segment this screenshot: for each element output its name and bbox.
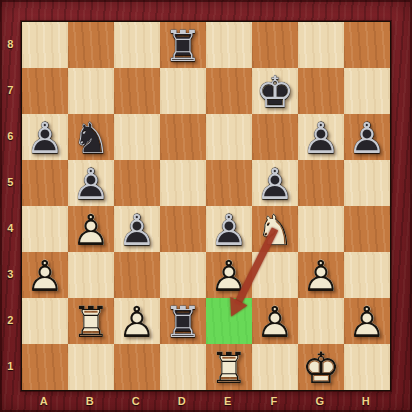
black-pawn-b5[interactable]: ♟♙ <box>68 160 114 206</box>
black-pawn-c4[interactable]: ♟♙ <box>114 206 160 252</box>
chess-board: ♜♖♚♔♟♙♞♘♟♙♟♙♟♙♟♙♟♙♟♙♟♙♞♘♟♙♟♙♟♙♜♖♟♙♜♖♟♙♟♙… <box>21 21 391 391</box>
rank-label-1: 1 <box>0 343 21 389</box>
white-king-g1[interactable]: ♚♔ <box>298 344 344 390</box>
square-f7[interactable]: ♚♔ <box>252 68 298 114</box>
file-label-c: C <box>113 391 159 411</box>
square-a3[interactable]: ♟♙ <box>22 252 68 298</box>
square-h1[interactable] <box>344 344 390 390</box>
square-h6[interactable]: ♟♙ <box>344 114 390 160</box>
square-h2[interactable]: ♟♙ <box>344 298 390 344</box>
rank-label-6: 6 <box>0 113 21 159</box>
white-pawn-b4[interactable]: ♟♙ <box>68 206 114 252</box>
square-a7[interactable] <box>22 68 68 114</box>
white-rook-outline: ♖ <box>206 345 252 391</box>
square-c6[interactable] <box>114 114 160 160</box>
black-pawn-a6[interactable]: ♟♙ <box>22 114 68 160</box>
white-pawn-outline: ♙ <box>252 299 298 345</box>
black-pawn-f5[interactable]: ♟♙ <box>252 160 298 206</box>
square-c8[interactable] <box>114 22 160 68</box>
square-e5[interactable] <box>206 160 252 206</box>
square-h8[interactable] <box>344 22 390 68</box>
black-pawn-outline: ♙ <box>22 115 68 161</box>
square-b8[interactable] <box>68 22 114 68</box>
square-b6[interactable]: ♞♘ <box>68 114 114 160</box>
square-c7[interactable] <box>114 68 160 114</box>
square-a1[interactable] <box>22 344 68 390</box>
white-pawn-h2[interactable]: ♟♙ <box>344 298 390 344</box>
white-pawn-f2[interactable]: ♟♙ <box>252 298 298 344</box>
rank-label-7: 7 <box>0 67 21 113</box>
highlighted-square-e2[interactable] <box>206 298 252 344</box>
square-c2[interactable]: ♟♙ <box>114 298 160 344</box>
white-pawn-a3[interactable]: ♟♙ <box>22 252 68 298</box>
file-label-f: F <box>251 391 297 411</box>
black-pawn-outline: ♙ <box>68 161 114 207</box>
square-e7[interactable] <box>206 68 252 114</box>
square-f6[interactable] <box>252 114 298 160</box>
black-rook-d2[interactable]: ♜♖ <box>160 298 206 344</box>
white-pawn-outline: ♙ <box>22 253 68 299</box>
square-d1[interactable] <box>160 344 206 390</box>
square-c1[interactable] <box>114 344 160 390</box>
square-c3[interactable] <box>114 252 160 298</box>
white-pawn-outline: ♙ <box>114 299 160 345</box>
square-b3[interactable] <box>68 252 114 298</box>
square-h7[interactable] <box>344 68 390 114</box>
square-e6[interactable] <box>206 114 252 160</box>
square-a2[interactable] <box>22 298 68 344</box>
black-pawn-outline: ♙ <box>252 161 298 207</box>
white-rook-e1[interactable]: ♜♖ <box>206 344 252 390</box>
black-pawn-h6[interactable]: ♟♙ <box>344 114 390 160</box>
black-rook-outline: ♖ <box>160 299 206 345</box>
white-knight-f4[interactable]: ♞♘ <box>252 206 298 252</box>
square-f2[interactable]: ♟♙ <box>252 298 298 344</box>
rank-label-3: 3 <box>0 251 21 297</box>
black-rook-outline: ♖ <box>160 23 206 69</box>
square-d5[interactable] <box>160 160 206 206</box>
square-a5[interactable] <box>22 160 68 206</box>
black-king-f7[interactable]: ♚♔ <box>252 68 298 114</box>
white-pawn-outline: ♙ <box>298 253 344 299</box>
square-g8[interactable] <box>298 22 344 68</box>
square-d8[interactable]: ♜♖ <box>160 22 206 68</box>
square-g1[interactable]: ♚♔ <box>298 344 344 390</box>
rank-label-8: 8 <box>0 21 21 67</box>
white-rook-outline: ♖ <box>68 299 114 345</box>
square-f5[interactable]: ♟♙ <box>252 160 298 206</box>
square-b1[interactable] <box>68 344 114 390</box>
square-b2[interactable]: ♜♖ <box>68 298 114 344</box>
square-a4[interactable] <box>22 206 68 252</box>
black-pawn-outline: ♙ <box>114 207 160 253</box>
file-label-h: H <box>343 391 389 411</box>
white-pawn-c2[interactable]: ♟♙ <box>114 298 160 344</box>
square-g2[interactable] <box>298 298 344 344</box>
square-h5[interactable] <box>344 160 390 206</box>
white-knight-outline: ♘ <box>252 207 298 253</box>
square-g6[interactable]: ♟♙ <box>298 114 344 160</box>
black-knight-outline: ♘ <box>68 115 114 161</box>
white-pawn-outline: ♙ <box>206 253 252 299</box>
square-d7[interactable] <box>160 68 206 114</box>
white-pawn-outline: ♙ <box>68 207 114 253</box>
square-f1[interactable] <box>252 344 298 390</box>
square-e1[interactable]: ♜♖ <box>206 344 252 390</box>
black-king-outline: ♔ <box>252 69 298 115</box>
square-g4[interactable] <box>298 206 344 252</box>
file-label-g: G <box>297 391 343 411</box>
square-e3[interactable]: ♟♙ <box>206 252 252 298</box>
white-king-outline: ♔ <box>298 345 344 391</box>
square-d4[interactable] <box>160 206 206 252</box>
black-pawn-g6[interactable]: ♟♙ <box>298 114 344 160</box>
square-f4[interactable]: ♞♘ <box>252 206 298 252</box>
black-pawn-outline: ♙ <box>298 115 344 161</box>
file-label-a: A <box>21 391 67 411</box>
square-c5[interactable] <box>114 160 160 206</box>
square-d2[interactable]: ♜♖ <box>160 298 206 344</box>
square-b4[interactable]: ♟♙ <box>68 206 114 252</box>
black-pawn-outline: ♙ <box>344 115 390 161</box>
square-e4[interactable]: ♟♙ <box>206 206 252 252</box>
square-a6[interactable]: ♟♙ <box>22 114 68 160</box>
square-b5[interactable]: ♟♙ <box>68 160 114 206</box>
chess-app-window: ♜♖♚♔♟♙♞♘♟♙♟♙♟♙♟♙♟♙♟♙♟♙♞♘♟♙♟♙♟♙♜♖♟♙♜♖♟♙♟♙… <box>0 0 412 412</box>
rank-label-4: 4 <box>0 205 21 251</box>
square-d6[interactable] <box>160 114 206 160</box>
rank-label-5: 5 <box>0 159 21 205</box>
square-g5[interactable] <box>298 160 344 206</box>
square-b7[interactable] <box>68 68 114 114</box>
square-e8[interactable] <box>206 22 252 68</box>
file-label-e: E <box>205 391 251 411</box>
file-label-b: B <box>67 391 113 411</box>
rank-label-2: 2 <box>0 297 21 343</box>
white-pawn-outline: ♙ <box>344 299 390 345</box>
square-g7[interactable] <box>298 68 344 114</box>
square-c4[interactable]: ♟♙ <box>114 206 160 252</box>
square-h3[interactable] <box>344 252 390 298</box>
square-g3[interactable]: ♟♙ <box>298 252 344 298</box>
black-rook-d8[interactable]: ♜♖ <box>160 22 206 68</box>
square-f3[interactable] <box>252 252 298 298</box>
square-d3[interactable] <box>160 252 206 298</box>
black-pawn-outline: ♙ <box>206 207 252 253</box>
square-h4[interactable] <box>344 206 390 252</box>
square-f8[interactable] <box>252 22 298 68</box>
file-label-d: D <box>159 391 205 411</box>
white-pawn-e3[interactable]: ♟♙ <box>206 252 252 298</box>
white-rook-b2[interactable]: ♜♖ <box>68 298 114 344</box>
square-a8[interactable] <box>22 22 68 68</box>
black-knight-b6[interactable]: ♞♘ <box>68 114 114 160</box>
black-pawn-e4[interactable]: ♟♙ <box>206 206 252 252</box>
white-pawn-g3[interactable]: ♟♙ <box>298 252 344 298</box>
